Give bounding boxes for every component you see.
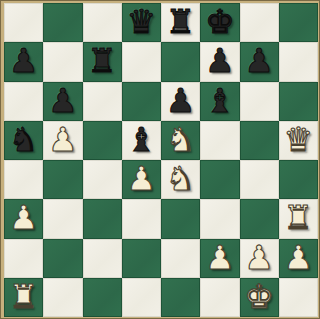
white-pawn-g2[interactable]: ♟ [244, 241, 274, 274]
square-b1[interactable] [43, 278, 82, 317]
black-rook-c7[interactable]: ♜ [87, 44, 117, 77]
square-h7[interactable] [279, 42, 318, 81]
square-h1[interactable] [279, 278, 318, 317]
square-d6[interactable] [122, 82, 161, 121]
square-c6[interactable] [83, 82, 122, 121]
square-g5[interactable] [240, 121, 279, 160]
square-b5[interactable]: ♟ [43, 121, 82, 160]
square-g4[interactable] [240, 160, 279, 199]
black-bishop-f6[interactable]: ♝ [205, 84, 235, 117]
square-d1[interactable] [122, 278, 161, 317]
square-h3[interactable]: ♜ [279, 199, 318, 238]
square-f1[interactable] [200, 278, 239, 317]
black-queen-d8[interactable]: ♛ [127, 5, 157, 38]
square-e7[interactable] [161, 42, 200, 81]
square-f2[interactable]: ♟ [200, 239, 239, 278]
square-b2[interactable] [43, 239, 82, 278]
square-f3[interactable] [200, 199, 239, 238]
square-g7[interactable]: ♟ [240, 42, 279, 81]
square-h4[interactable] [279, 160, 318, 199]
white-pawn-h2[interactable]: ♟ [284, 241, 314, 274]
square-b4[interactable] [43, 160, 82, 199]
square-a5[interactable]: ♞ [4, 121, 43, 160]
square-b8[interactable] [43, 3, 82, 42]
white-pawn-a3[interactable]: ♟ [9, 201, 39, 234]
square-b6[interactable]: ♟ [43, 82, 82, 121]
white-pawn-b5[interactable]: ♟ [48, 123, 78, 156]
square-g1[interactable]: ♚ [240, 278, 279, 317]
square-d7[interactable] [122, 42, 161, 81]
square-a2[interactable] [4, 239, 43, 278]
square-d5[interactable]: ♝ [122, 121, 161, 160]
white-rook-h3[interactable]: ♜ [284, 201, 314, 234]
black-pawn-e6[interactable]: ♟ [166, 84, 196, 117]
square-b3[interactable] [43, 199, 82, 238]
square-e3[interactable] [161, 199, 200, 238]
white-knight-e4[interactable]: ♞ [166, 162, 196, 195]
square-c2[interactable] [83, 239, 122, 278]
square-f6[interactable]: ♝ [200, 82, 239, 121]
black-knight-a5[interactable]: ♞ [9, 123, 39, 156]
white-pawn-f2[interactable]: ♟ [205, 241, 235, 274]
square-h2[interactable]: ♟ [279, 239, 318, 278]
black-pawn-f7[interactable]: ♟ [205, 44, 235, 77]
square-c4[interactable] [83, 160, 122, 199]
square-f8[interactable]: ♚ [200, 3, 239, 42]
square-a3[interactable]: ♟ [4, 199, 43, 238]
black-pawn-a7[interactable]: ♟ [9, 44, 39, 77]
black-king-f8[interactable]: ♚ [205, 5, 235, 38]
square-a7[interactable]: ♟ [4, 42, 43, 81]
square-c3[interactable] [83, 199, 122, 238]
black-pawn-g7[interactable]: ♟ [244, 44, 274, 77]
black-rook-e8[interactable]: ♜ [166, 5, 196, 38]
square-a6[interactable] [4, 82, 43, 121]
square-d3[interactable] [122, 199, 161, 238]
square-g2[interactable]: ♟ [240, 239, 279, 278]
square-a8[interactable] [4, 3, 43, 42]
square-g8[interactable] [240, 3, 279, 42]
square-c7[interactable]: ♜ [83, 42, 122, 81]
square-d8[interactable]: ♛ [122, 3, 161, 42]
square-f4[interactable] [200, 160, 239, 199]
square-c8[interactable] [83, 3, 122, 42]
square-f5[interactable] [200, 121, 239, 160]
square-e2[interactable] [161, 239, 200, 278]
square-a1[interactable]: ♜ [4, 278, 43, 317]
black-pawn-b6[interactable]: ♟ [48, 84, 78, 117]
white-king-g1[interactable]: ♚ [244, 280, 274, 313]
white-rook-a1[interactable]: ♜ [9, 280, 39, 313]
chess-board: ♛♜♚♟♜♟♟♟♟♝♞♟♝♞♛♟♞♟♜♟♟♟♜♚ [4, 3, 318, 317]
square-f7[interactable]: ♟ [200, 42, 239, 81]
white-queen-h5[interactable]: ♛ [284, 123, 314, 156]
white-knight-e5[interactable]: ♞ [166, 123, 196, 156]
square-c5[interactable] [83, 121, 122, 160]
black-bishop-d5[interactable]: ♝ [127, 123, 157, 156]
square-e8[interactable]: ♜ [161, 3, 200, 42]
board-frame: ♛♜♚♟♜♟♟♟♟♝♞♟♝♞♛♟♞♟♜♟♟♟♜♚ [0, 0, 320, 319]
square-a4[interactable] [4, 160, 43, 199]
square-e6[interactable]: ♟ [161, 82, 200, 121]
white-pawn-d4[interactable]: ♟ [127, 162, 157, 195]
square-e5[interactable]: ♞ [161, 121, 200, 160]
square-h8[interactable] [279, 3, 318, 42]
square-d2[interactable] [122, 239, 161, 278]
square-e4[interactable]: ♞ [161, 160, 200, 199]
square-d4[interactable]: ♟ [122, 160, 161, 199]
square-g3[interactable] [240, 199, 279, 238]
square-h5[interactable]: ♛ [279, 121, 318, 160]
square-g6[interactable] [240, 82, 279, 121]
square-b7[interactable] [43, 42, 82, 81]
square-e1[interactable] [161, 278, 200, 317]
square-c1[interactable] [83, 278, 122, 317]
square-h6[interactable] [279, 82, 318, 121]
